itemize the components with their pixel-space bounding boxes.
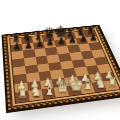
square-f1: ♝ <box>79 83 95 94</box>
square-f4 <box>71 59 85 68</box>
board-field: ♜♞♝♛♚♝♞♜♟♟♟♟♟♟♟♟♟♟♟♟♟♟♟♟♜♞♝♛♚♝♞♜ <box>10 30 119 103</box>
black-rook: ♜ <box>85 26 96 36</box>
square-e4 <box>60 60 74 69</box>
square-f3 <box>74 67 89 77</box>
chess-board: ♜♞♝♛♚♝♞♜♟♟♟♟♟♟♟♟♟♟♟♟♟♟♟♟♜♞♝♛♚♝♞♜ <box>2 25 120 113</box>
square-a4 <box>13 66 26 76</box>
square-h6 <box>89 42 103 50</box>
black-rook: ♜ <box>11 33 22 43</box>
square-a5 <box>12 58 25 67</box>
black-king: ♚ <box>54 24 65 39</box>
square-a1: ♜ <box>15 91 29 102</box>
square-h1: ♜ <box>104 80 120 91</box>
square-h4 <box>94 56 108 65</box>
square-d1: ♛ <box>54 87 69 98</box>
photo-scene: ♜♞♝♛♚♝♞♜♟♟♟♟♟♟♟♟♟♟♟♟♟♟♟♟♜♞♝♛♚♝♞♜ <box>0 0 120 120</box>
